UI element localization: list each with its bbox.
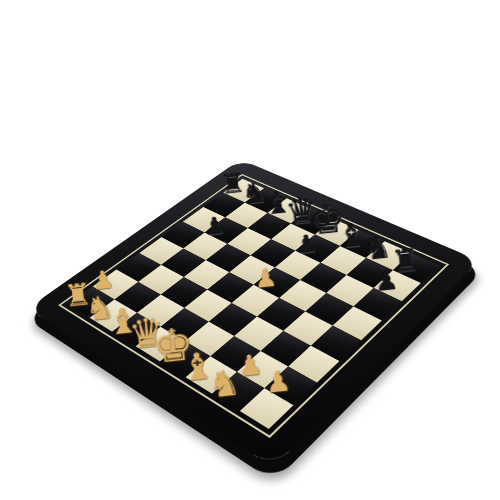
square-g8: ♞ [366,241,412,270]
board-pinstripe: ♜♞♝♛♚♝♞♜♟♟♟♟♟♟♟♜♞♝♛♚♝♞ [58,174,449,438]
board-frame: ♜♞♝♛♚♝♞♜♟♟♟♟♟♟♟♜♞♝♛♚♝♞ [27,159,480,468]
board-tilt-wrapper: ♜♞♝♛♚♝♞♜♟♟♟♟♟♟♟♜♞♝♛♚♝♞ [0,0,500,500]
chess-board: ♜♞♝♛♚♝♞♜♟♟♟♟♟♟♟♜♞♝♛♚♝♞ [68,179,439,429]
square-h8: ♜ [393,253,439,283]
white-rook: ♜ [60,279,96,313]
square-h7: ♟ [374,270,421,301]
product-photo-canvas: ♜♞♝♛♚♝♞♜♟♟♟♟♟♟♟♜♞♝♛♚♝♞ [0,0,500,500]
perspective-scene: ♜♞♝♛♚♝♞♜♟♟♟♟♟♟♟♜♞♝♛♚♝♞ [0,0,500,500]
square-a1: ♜ [68,287,114,318]
white-pawn: ♟ [85,266,120,294]
square-a5 [161,222,204,249]
